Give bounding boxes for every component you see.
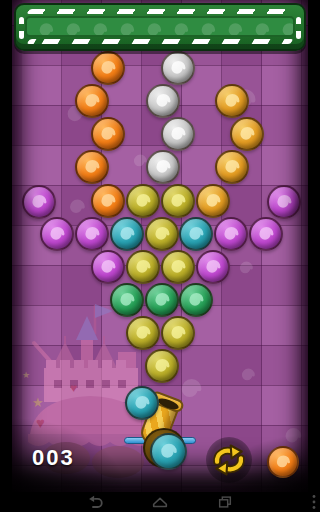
- home-icon: [151, 495, 169, 509]
- recents-button[interactable]: [214, 494, 236, 510]
- recents-icon: [217, 495, 233, 509]
- cannon-base: [143, 428, 185, 468]
- banner-dashes: [27, 39, 294, 44]
- home-button[interactable]: [149, 494, 171, 510]
- top-banner: [14, 3, 306, 51]
- banner-dashes: [19, 17, 24, 39]
- score-display: 003: [32, 445, 75, 471]
- overflow-menu-button[interactable]: [303, 494, 320, 510]
- banner-dashes: [296, 17, 301, 39]
- banner-dashes: [27, 9, 294, 14]
- back-icon: [86, 495, 104, 510]
- game-screen: ♥ ♥ ★ ★ 003: [0, 0, 320, 512]
- banner-panel: [25, 16, 295, 37]
- back-button[interactable]: [84, 494, 106, 510]
- swap-bubble-button[interactable]: [206, 437, 252, 483]
- android-navbar: [0, 492, 320, 512]
- swap-arrows-icon: [210, 443, 248, 477]
- menu-dots-icon: [311, 494, 317, 510]
